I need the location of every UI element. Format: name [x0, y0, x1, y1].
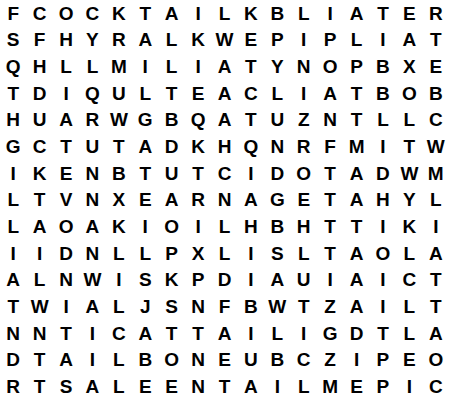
- grid-cell[interactable]: E: [185, 80, 211, 107]
- grid-cell[interactable]: E: [132, 373, 158, 400]
- grid-cell[interactable]: L: [343, 27, 369, 54]
- grid-cell[interactable]: D: [53, 240, 79, 267]
- grid-cell[interactable]: T: [423, 27, 449, 54]
- grid-cell[interactable]: T: [291, 293, 317, 320]
- grid-cell[interactable]: A: [132, 133, 158, 160]
- grid-cell[interactable]: L: [211, 213, 237, 240]
- grid-cell[interactable]: I: [423, 213, 449, 240]
- grid-cell[interactable]: H: [370, 187, 396, 214]
- grid-cell[interactable]: D: [370, 160, 396, 187]
- grid-cell[interactable]: T: [211, 373, 237, 400]
- grid-cell[interactable]: A: [343, 293, 369, 320]
- grid-cell[interactable]: T: [53, 133, 79, 160]
- grid-cell[interactable]: I: [185, 0, 211, 27]
- grid-cell[interactable]: Z: [291, 107, 317, 134]
- grid-cell[interactable]: O: [53, 213, 79, 240]
- grid-cell[interactable]: K: [158, 267, 184, 294]
- grid-cell[interactable]: P: [370, 373, 396, 400]
- grid-cell[interactable]: I: [343, 347, 369, 374]
- grid-cell[interactable]: N: [185, 347, 211, 374]
- grid-cell[interactable]: B: [264, 213, 290, 240]
- grid-cell[interactable]: U: [26, 107, 52, 134]
- grid-cell[interactable]: T: [343, 107, 369, 134]
- grid-cell[interactable]: F: [26, 27, 52, 54]
- grid-cell[interactable]: A: [211, 107, 237, 134]
- grid-cell[interactable]: E: [53, 160, 79, 187]
- grid-cell[interactable]: T: [238, 53, 264, 80]
- grid-cell[interactable]: S: [132, 267, 158, 294]
- grid-cell[interactable]: D: [343, 320, 369, 347]
- grid-cell[interactable]: L: [396, 320, 422, 347]
- grid-cell[interactable]: O: [423, 347, 449, 374]
- grid-cell[interactable]: I: [317, 267, 343, 294]
- grid-cell[interactable]: L: [53, 53, 79, 80]
- grid-cell[interactable]: A: [79, 213, 105, 240]
- grid-cell[interactable]: Y: [79, 27, 105, 54]
- grid-cell[interactable]: A: [211, 53, 237, 80]
- grid-cell[interactable]: D: [264, 160, 290, 187]
- grid-cell[interactable]: R: [0, 373, 26, 400]
- grid-cell[interactable]: L: [291, 0, 317, 27]
- grid-cell[interactable]: A: [343, 240, 369, 267]
- grid-cell[interactable]: L: [26, 267, 52, 294]
- grid-cell[interactable]: L: [264, 80, 290, 107]
- grid-cell[interactable]: L: [79, 53, 105, 80]
- grid-cell[interactable]: A: [343, 0, 369, 27]
- grid-cell[interactable]: R: [185, 187, 211, 214]
- grid-cell[interactable]: T: [26, 187, 52, 214]
- grid-cell[interactable]: K: [238, 0, 264, 27]
- grid-cell[interactable]: A: [79, 373, 105, 400]
- grid-cell[interactable]: A: [79, 293, 105, 320]
- grid-cell[interactable]: P: [370, 347, 396, 374]
- grid-cell[interactable]: K: [106, 0, 132, 27]
- grid-cell[interactable]: K: [185, 27, 211, 54]
- grid-cell[interactable]: T: [185, 320, 211, 347]
- grid-cell[interactable]: K: [396, 213, 422, 240]
- grid-cell[interactable]: G: [264, 187, 290, 214]
- grid-cell[interactable]: I: [238, 320, 264, 347]
- grid-cell[interactable]: C: [211, 160, 237, 187]
- grid-cell[interactable]: I: [291, 80, 317, 107]
- grid-cell[interactable]: S: [53, 373, 79, 400]
- grid-cell[interactable]: C: [26, 133, 52, 160]
- grid-cell[interactable]: O: [370, 240, 396, 267]
- grid-cell[interactable]: Y: [264, 53, 290, 80]
- grid-cell[interactable]: C: [106, 320, 132, 347]
- grid-cell[interactable]: W: [396, 160, 422, 187]
- grid-cell[interactable]: I: [291, 27, 317, 54]
- grid-cell[interactable]: G: [0, 133, 26, 160]
- grid-cell[interactable]: E: [291, 187, 317, 214]
- grid-cell[interactable]: O: [158, 213, 184, 240]
- grid-cell[interactable]: A: [132, 320, 158, 347]
- grid-cell[interactable]: T: [132, 0, 158, 27]
- grid-cell[interactable]: A: [423, 320, 449, 347]
- grid-cell[interactable]: W: [423, 133, 449, 160]
- grid-cell[interactable]: L: [396, 240, 422, 267]
- grid-cell[interactable]: C: [26, 0, 52, 27]
- grid-cell[interactable]: I: [106, 267, 132, 294]
- grid-cell[interactable]: D: [158, 133, 184, 160]
- grid-cell[interactable]: R: [423, 0, 449, 27]
- grid-cell[interactable]: I: [79, 320, 105, 347]
- grid-cell[interactable]: T: [423, 293, 449, 320]
- grid-cell[interactable]: T: [132, 160, 158, 187]
- grid-cell[interactable]: M: [343, 133, 369, 160]
- grid-cell[interactable]: E: [158, 373, 184, 400]
- grid-cell[interactable]: I: [396, 373, 422, 400]
- grid-cell[interactable]: L: [423, 187, 449, 214]
- grid-cell[interactable]: L: [370, 107, 396, 134]
- grid-cell[interactable]: Q: [0, 53, 26, 80]
- grid-cell[interactable]: U: [238, 347, 264, 374]
- grid-cell[interactable]: D: [211, 267, 237, 294]
- grid-cell[interactable]: T: [317, 160, 343, 187]
- grid-cell[interactable]: R: [79, 107, 105, 134]
- grid-cell[interactable]: C: [423, 107, 449, 134]
- grid-cell[interactable]: T: [370, 0, 396, 27]
- grid-cell[interactable]: B: [370, 80, 396, 107]
- grid-cell[interactable]: I: [132, 53, 158, 80]
- grid-cell[interactable]: I: [132, 213, 158, 240]
- grid-cell[interactable]: H: [211, 133, 237, 160]
- grid-cell[interactable]: P: [264, 27, 290, 54]
- grid-cell[interactable]: N: [79, 160, 105, 187]
- grid-cell[interactable]: L: [396, 293, 422, 320]
- grid-cell[interactable]: N: [185, 373, 211, 400]
- grid-cell[interactable]: C: [423, 373, 449, 400]
- grid-cell[interactable]: T: [343, 213, 369, 240]
- grid-cell[interactable]: R: [106, 27, 132, 54]
- grid-cell[interactable]: J: [132, 293, 158, 320]
- grid-cell[interactable]: C: [396, 267, 422, 294]
- grid-cell[interactable]: O: [317, 53, 343, 80]
- grid-cell[interactable]: T: [158, 80, 184, 107]
- grid-cell[interactable]: H: [291, 213, 317, 240]
- grid-cell[interactable]: T: [53, 320, 79, 347]
- grid-cell[interactable]: N: [26, 320, 52, 347]
- grid-cell[interactable]: C: [238, 80, 264, 107]
- grid-cell[interactable]: I: [370, 267, 396, 294]
- grid-cell[interactable]: I: [26, 240, 52, 267]
- grid-cell[interactable]: U: [158, 160, 184, 187]
- grid-cell[interactable]: X: [185, 240, 211, 267]
- grid-cell[interactable]: L: [0, 187, 26, 214]
- grid-cell[interactable]: W: [106, 107, 132, 134]
- grid-cell[interactable]: N: [211, 187, 237, 214]
- grid-cell[interactable]: I: [370, 213, 396, 240]
- grid-cell[interactable]: W: [264, 293, 290, 320]
- grid-cell[interactable]: N: [53, 267, 79, 294]
- grid-cell[interactable]: N: [291, 53, 317, 80]
- grid-cell[interactable]: R: [291, 133, 317, 160]
- grid-cell[interactable]: N: [185, 293, 211, 320]
- grid-cell[interactable]: O: [53, 0, 79, 27]
- grid-cell[interactable]: A: [343, 160, 369, 187]
- grid-cell[interactable]: A: [53, 107, 79, 134]
- word-search-grid: FCOCKTAILKBLIATERSFHYRALKWEPIPLIATQHLLMI…: [0, 0, 449, 400]
- grid-cell[interactable]: N: [317, 107, 343, 134]
- grid-cell[interactable]: T: [396, 133, 422, 160]
- grid-cell[interactable]: B: [238, 293, 264, 320]
- grid-cell[interactable]: E: [211, 347, 237, 374]
- grid-cell[interactable]: H: [238, 213, 264, 240]
- grid-cell[interactable]: B: [423, 80, 449, 107]
- grid-cell[interactable]: X: [396, 53, 422, 80]
- grid-cell[interactable]: L: [106, 240, 132, 267]
- grid-cell[interactable]: S: [0, 27, 26, 54]
- grid-cell[interactable]: P: [158, 240, 184, 267]
- grid-cell[interactable]: A: [423, 240, 449, 267]
- grid-cell[interactable]: L: [158, 27, 184, 54]
- grid-cell[interactable]: I: [0, 160, 26, 187]
- grid-cell[interactable]: L: [132, 80, 158, 107]
- grid-cell[interactable]: L: [106, 293, 132, 320]
- grid-cell[interactable]: N: [0, 320, 26, 347]
- grid-cell[interactable]: L: [106, 373, 132, 400]
- grid-cell[interactable]: A: [238, 373, 264, 400]
- grid-cell[interactable]: I: [53, 80, 79, 107]
- grid-cell[interactable]: I: [370, 133, 396, 160]
- grid-cell[interactable]: L: [211, 0, 237, 27]
- grid-cell[interactable]: B: [132, 347, 158, 374]
- grid-cell[interactable]: A: [343, 267, 369, 294]
- grid-cell[interactable]: I: [0, 240, 26, 267]
- grid-cell[interactable]: U: [79, 133, 105, 160]
- grid-cell[interactable]: A: [26, 213, 52, 240]
- grid-cell[interactable]: W: [26, 293, 52, 320]
- grid-cell[interactable]: S: [158, 293, 184, 320]
- grid-cell[interactable]: N: [264, 133, 290, 160]
- grid-cell[interactable]: L: [291, 240, 317, 267]
- grid-cell[interactable]: H: [53, 27, 79, 54]
- grid-cell[interactable]: C: [79, 0, 105, 27]
- grid-cell[interactable]: A: [238, 187, 264, 214]
- grid-cell[interactable]: L: [291, 373, 317, 400]
- grid-cell[interactable]: O: [158, 347, 184, 374]
- grid-cell[interactable]: H: [0, 107, 26, 134]
- grid-cell[interactable]: E: [423, 53, 449, 80]
- grid-cell[interactable]: M: [317, 373, 343, 400]
- grid-cell[interactable]: L: [0, 213, 26, 240]
- grid-cell[interactable]: B: [264, 0, 290, 27]
- grid-cell[interactable]: U: [264, 107, 290, 134]
- grid-cell[interactable]: Q: [185, 107, 211, 134]
- grid-cell[interactable]: B: [106, 160, 132, 187]
- grid-cell[interactable]: M: [423, 160, 449, 187]
- grid-cell[interactable]: L: [158, 53, 184, 80]
- grid-cell[interactable]: A: [264, 267, 290, 294]
- grid-cell[interactable]: A: [53, 347, 79, 374]
- grid-cell[interactable]: I: [238, 240, 264, 267]
- grid-cell[interactable]: T: [26, 347, 52, 374]
- grid-cell[interactable]: A: [132, 27, 158, 54]
- grid-cell[interactable]: V: [53, 187, 79, 214]
- grid-cell[interactable]: E: [238, 27, 264, 54]
- grid-cell[interactable]: K: [106, 213, 132, 240]
- grid-cell[interactable]: A: [396, 27, 422, 54]
- grid-cell[interactable]: C: [291, 347, 317, 374]
- grid-cell[interactable]: Y: [396, 187, 422, 214]
- grid-cell[interactable]: I: [370, 293, 396, 320]
- grid-cell[interactable]: T: [238, 107, 264, 134]
- grid-cell[interactable]: I: [53, 293, 79, 320]
- grid-cell[interactable]: T: [317, 213, 343, 240]
- grid-cell[interactable]: L: [132, 240, 158, 267]
- grid-cell[interactable]: Q: [79, 80, 105, 107]
- grid-cell[interactable]: A: [158, 187, 184, 214]
- grid-cell[interactable]: B: [370, 53, 396, 80]
- grid-cell[interactable]: A: [317, 80, 343, 107]
- grid-cell[interactable]: I: [370, 27, 396, 54]
- grid-cell[interactable]: O: [291, 160, 317, 187]
- grid-cell[interactable]: L: [211, 240, 237, 267]
- grid-cell[interactable]: P: [317, 27, 343, 54]
- grid-cell[interactable]: U: [291, 267, 317, 294]
- grid-cell[interactable]: F: [0, 0, 26, 27]
- grid-cell[interactable]: A: [211, 80, 237, 107]
- grid-cell[interactable]: E: [343, 373, 369, 400]
- grid-cell[interactable]: H: [26, 53, 52, 80]
- grid-cell[interactable]: F: [317, 133, 343, 160]
- grid-cell[interactable]: E: [132, 187, 158, 214]
- grid-cell[interactable]: D: [26, 80, 52, 107]
- grid-cell[interactable]: Q: [238, 133, 264, 160]
- grid-cell[interactable]: S: [264, 240, 290, 267]
- grid-cell[interactable]: A: [343, 187, 369, 214]
- grid-cell[interactable]: T: [185, 160, 211, 187]
- grid-cell[interactable]: I: [317, 0, 343, 27]
- grid-cell[interactable]: L: [396, 107, 422, 134]
- grid-cell[interactable]: I: [185, 213, 211, 240]
- grid-cell[interactable]: W: [79, 267, 105, 294]
- grid-cell[interactable]: E: [396, 347, 422, 374]
- grid-cell[interactable]: B: [264, 347, 290, 374]
- grid-cell[interactable]: N: [79, 240, 105, 267]
- grid-cell[interactable]: L: [264, 320, 290, 347]
- grid-cell[interactable]: L: [106, 347, 132, 374]
- grid-cell[interactable]: I: [238, 267, 264, 294]
- grid-cell[interactable]: I: [264, 373, 290, 400]
- grid-cell[interactable]: T: [0, 80, 26, 107]
- grid-cell[interactable]: K: [26, 160, 52, 187]
- grid-cell[interactable]: I: [291, 320, 317, 347]
- grid-cell[interactable]: I: [185, 53, 211, 80]
- grid-cell[interactable]: T: [26, 373, 52, 400]
- grid-cell[interactable]: N: [79, 187, 105, 214]
- grid-cell[interactable]: U: [106, 80, 132, 107]
- grid-cell[interactable]: P: [185, 267, 211, 294]
- grid-cell[interactable]: T: [317, 187, 343, 214]
- grid-cell[interactable]: G: [132, 107, 158, 134]
- grid-cell[interactable]: F: [211, 293, 237, 320]
- grid-cell[interactable]: W: [211, 27, 237, 54]
- grid-cell[interactable]: T: [158, 320, 184, 347]
- grid-cell[interactable]: T: [0, 293, 26, 320]
- grid-cell[interactable]: A: [0, 267, 26, 294]
- grid-cell[interactable]: M: [106, 53, 132, 80]
- grid-cell[interactable]: K: [185, 133, 211, 160]
- grid-cell[interactable]: T: [343, 80, 369, 107]
- grid-cell[interactable]: I: [238, 160, 264, 187]
- grid-cell[interactable]: B: [158, 107, 184, 134]
- grid-cell[interactable]: Z: [317, 347, 343, 374]
- grid-cell[interactable]: E: [396, 0, 422, 27]
- grid-cell[interactable]: A: [211, 320, 237, 347]
- grid-cell[interactable]: T: [317, 240, 343, 267]
- grid-cell[interactable]: G: [317, 320, 343, 347]
- grid-cell[interactable]: O: [396, 80, 422, 107]
- grid-cell[interactable]: D: [0, 347, 26, 374]
- grid-cell[interactable]: X: [106, 187, 132, 214]
- grid-cell[interactable]: A: [158, 0, 184, 27]
- grid-cell[interactable]: T: [370, 320, 396, 347]
- grid-cell[interactable]: P: [343, 53, 369, 80]
- grid-cell[interactable]: Z: [317, 293, 343, 320]
- grid-cell[interactable]: T: [423, 267, 449, 294]
- grid-cell[interactable]: I: [79, 347, 105, 374]
- grid-cell[interactable]: T: [106, 133, 132, 160]
